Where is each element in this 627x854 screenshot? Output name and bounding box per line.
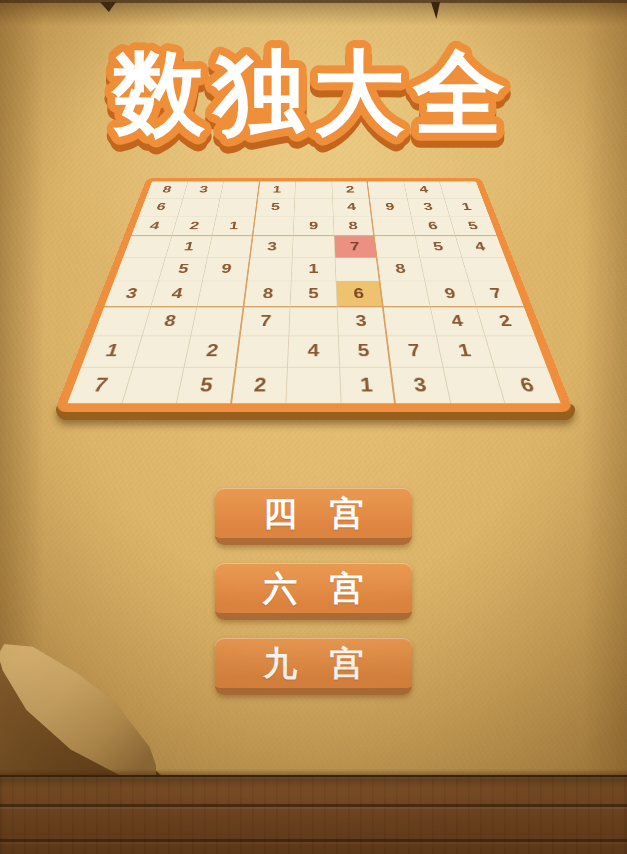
paper-tear-left [100,2,116,12]
cell-r6c9: 7 [470,281,524,307]
cell-r5c2: 5 [158,258,207,282]
cell-r6c2: 4 [151,281,203,307]
cell-r4c4: 3 [250,236,293,258]
difficulty-menu: 四宫 六宫 九宫 [0,488,627,695]
wood-floor [0,775,627,854]
cell-r2c7: 9 [370,198,411,216]
cell-r2c6: 4 [333,198,373,216]
app-screen: 数独大全 数独大全 831246549314219865137545918348… [0,0,627,854]
cell-r9c6: 1 [340,368,396,403]
cell-r3c7 [372,217,415,237]
cell-r6c4: 8 [244,281,292,307]
cell-r2c3 [217,198,258,216]
cell-r5c6 [335,258,380,282]
cell-r2c5 [295,198,334,216]
cell-r2c1: 6 [139,198,183,216]
button-sudoku-6x6-label: 六宫 [263,571,396,605]
cell-r6c6: 6 [336,281,384,307]
cell-r7c8: 4 [431,307,486,336]
cell-r5c8 [420,258,469,282]
paper-tear-right [431,2,440,19]
cell-r1c2: 3 [183,181,224,198]
cell-r1c5 [295,181,332,198]
cell-r6c8: 9 [425,281,477,307]
cell-r8c9 [486,336,547,368]
cell-r7c7 [384,307,437,336]
cell-r3c8: 6 [411,217,456,237]
cell-r6c7 [381,281,431,307]
cell-r5c1 [114,258,165,282]
cell-r8c4 [236,336,289,368]
cell-r7c5 [289,307,338,336]
cell-r5c4 [247,258,292,282]
cell-r4c1 [123,236,172,258]
cell-r3c1: 4 [131,217,178,237]
cell-r9c5 [287,368,342,403]
cell-r2c9: 1 [445,198,489,216]
cell-r1c6: 2 [332,181,370,198]
paper-top-edge [0,0,627,3]
cell-r8c2 [133,336,192,368]
cell-r4c3 [208,236,253,258]
cell-r2c8: 3 [408,198,451,216]
cell-r7c4: 7 [240,307,290,336]
app-title: 数独大全 数独大全 [0,28,627,158]
cell-r3c9: 5 [450,217,497,237]
cell-r6c1: 3 [104,281,158,307]
cell-r4c9: 4 [456,236,505,258]
cell-r7c6: 3 [337,307,387,336]
cell-r5c5: 1 [292,258,336,282]
cell-r6c5: 5 [291,281,338,307]
cell-r7c2: 8 [142,307,197,336]
cell-r7c9: 2 [477,307,535,336]
cell-r3c4 [253,217,294,237]
app-title-text: 数独大全 [111,42,513,144]
cell-r3c2: 2 [172,217,217,237]
cell-r1c8: 4 [404,181,445,198]
cell-r3c3: 1 [212,217,255,237]
cell-r8c3: 2 [184,336,240,368]
cell-r9c4: 2 [232,368,288,403]
cell-r4c7 [375,236,420,258]
cell-r7c3 [191,307,244,336]
cell-r8c7: 7 [388,336,444,368]
cell-r5c7: 8 [378,258,425,282]
cell-r4c8: 5 [416,236,463,258]
cell-r3c5: 9 [294,217,335,237]
button-sudoku-6x6[interactable]: 六宫 [215,563,412,620]
cell-r9c2 [122,368,184,403]
cell-r7c1 [93,307,151,336]
button-sudoku-4x4[interactable]: 四宫 [215,488,412,545]
cell-r1c7 [368,181,408,198]
button-sudoku-9x9-label: 九宫 [263,646,396,680]
cell-r6c3 [197,281,247,307]
cell-r5c9 [463,258,514,282]
cell-r8c6: 5 [339,336,392,368]
cell-r9c9: 6 [495,368,560,403]
cell-r9c3: 5 [177,368,236,403]
button-sudoku-9x9[interactable]: 九宫 [215,638,412,695]
cell-r1c9 [440,181,482,198]
button-sudoku-4x4-label: 四宫 [263,496,396,530]
cell-r4c6: 7 [334,236,377,258]
cell-r9c7: 3 [392,368,451,403]
cell-r2c4: 5 [256,198,296,216]
sudoku-board: 8312465493142198651375459183485697873421… [54,178,574,412]
cell-r1c4: 1 [258,181,296,198]
cell-r1c3 [220,181,260,198]
cell-r1c1: 8 [146,181,188,198]
cell-r5c3: 9 [203,258,250,282]
cell-r3c6: 8 [333,217,374,237]
cell-r4c5 [293,236,335,258]
cell-r8c5: 4 [288,336,340,368]
board-grid: 8312465493142198651375459183485697873421… [54,178,574,412]
cell-r4c2: 1 [165,236,212,258]
cell-r2c2 [178,198,221,216]
